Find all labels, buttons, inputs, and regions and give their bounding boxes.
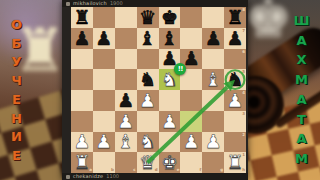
title-letter: Ч <box>11 73 22 88</box>
square-f6[interactable]: ♟ <box>180 49 202 70</box>
square-h1[interactable]: ♜h1 <box>224 152 246 173</box>
title-letter: Т <box>297 112 306 127</box>
square-d8[interactable]: ♛ <box>137 7 159 28</box>
square-b2[interactable]: ♟ <box>93 132 115 153</box>
title-letter: Б <box>12 36 22 51</box>
square-h7[interactable]: ♟7 <box>224 28 246 49</box>
piece-black-rook: ♜ <box>73 8 90 27</box>
player-top-icon <box>66 2 70 6</box>
square-g7[interactable]: ♟ <box>202 28 224 49</box>
piece-white-bishop: ♝ <box>205 70 222 89</box>
piece-white-pawn: ♟ <box>139 91 156 110</box>
square-h6[interactable]: 6 <box>224 49 246 70</box>
piece-black-king: ♚ <box>161 8 178 27</box>
piece-black-pawn: ♟ <box>183 49 200 68</box>
piece-white-pawn: ♟ <box>183 132 200 151</box>
square-d6[interactable] <box>137 49 159 70</box>
square-b8[interactable] <box>93 7 115 28</box>
square-h8[interactable]: ♜8 <box>224 7 246 28</box>
piece-white-bishop: ♝ <box>117 132 134 151</box>
player-bar-top: mikhailovich 1900 <box>62 0 248 7</box>
piece-black-pawn: ♟ <box>227 29 244 48</box>
coordinate-rank-label: 7 <box>242 29 245 33</box>
square-c4[interactable]: ♟ <box>115 90 137 111</box>
coordinate-rank-label: 4 <box>242 91 245 95</box>
coordinate-rank-label: 5 <box>242 70 245 74</box>
square-d3[interactable] <box>137 111 159 132</box>
square-g8[interactable] <box>202 7 224 28</box>
piece-black-pawn: ♟ <box>117 91 134 110</box>
title-letter: И <box>11 129 22 144</box>
square-c2[interactable]: ♝ <box>115 132 137 153</box>
player-bottom-icon <box>66 175 70 179</box>
piece-black-bishop: ♝ <box>139 29 156 48</box>
square-b5[interactable] <box>93 69 115 90</box>
title-letter: А <box>296 92 306 107</box>
title-letter: О <box>11 17 22 32</box>
square-b3[interactable] <box>93 111 115 132</box>
square-a5[interactable] <box>71 69 93 90</box>
square-f3[interactable] <box>180 111 202 132</box>
coordinate-file-label: h <box>242 168 245 172</box>
square-h2[interactable]: 2 <box>224 132 246 153</box>
piece-white-knight: ♞ <box>139 132 156 151</box>
player-bar-bottom: chekanidze 1100 <box>62 173 248 180</box>
square-f7[interactable] <box>180 28 202 49</box>
piece-white-queen: ♛ <box>139 153 156 172</box>
square-a3[interactable] <box>71 111 93 132</box>
square-a2[interactable]: ♟ <box>71 132 93 153</box>
title-left-vertical: ОБУЧЕНИЕ <box>8 17 25 163</box>
square-f8[interactable] <box>180 7 202 28</box>
title-letter: Х <box>296 52 306 67</box>
coordinate-rank-label: 8 <box>242 8 245 12</box>
square-b4[interactable] <box>93 90 115 111</box>
title-letter: У <box>11 54 21 69</box>
piece-black-pawn: ♟ <box>95 29 112 48</box>
piece-black-pawn: ♟ <box>73 29 90 48</box>
square-g5[interactable]: ♝ <box>202 69 224 90</box>
piece-white-pawn: ♟ <box>95 132 112 151</box>
title-letter: Е <box>12 148 21 163</box>
square-h4[interactable]: ♟4 <box>224 90 246 111</box>
coordinate-file-label: c <box>133 168 135 172</box>
coordinate-rank-label: 1 <box>242 153 245 157</box>
coordinate-rank-label: 6 <box>242 50 245 54</box>
square-g4[interactable] <box>202 90 224 111</box>
square-h3[interactable]: 3 <box>224 111 246 132</box>
coordinate-file-label: d <box>155 168 158 172</box>
square-a7[interactable]: ♟ <box>71 28 93 49</box>
square-h5[interactable]: ♞5 <box>224 69 246 90</box>
square-c3[interactable]: ♟ <box>115 111 137 132</box>
coordinate-file-label: g <box>220 168 223 172</box>
square-b7[interactable]: ♟ <box>93 28 115 49</box>
video-thumbnail: ♜ ♚ ОБУЧЕНИЕ ШАХМАТАМ mikhailovich 1900 … <box>0 0 320 180</box>
title-letter: Н <box>11 111 22 126</box>
square-e4[interactable] <box>159 90 181 111</box>
square-d2[interactable]: ♞ <box>137 132 159 153</box>
piece-black-queen: ♛ <box>139 8 156 27</box>
piece-white-rook: ♜ <box>227 153 244 172</box>
square-d4[interactable]: ♟ <box>137 90 159 111</box>
piece-white-pawn: ♟ <box>161 112 178 131</box>
coordinate-file-label: e <box>177 168 180 172</box>
square-b6[interactable] <box>93 49 115 70</box>
square-a1[interactable]: ♜a <box>71 152 93 173</box>
title-letter: А <box>296 131 306 146</box>
piece-black-knight: ♞ <box>227 70 244 89</box>
square-c7[interactable] <box>115 28 137 49</box>
chess-board: ♜♛♚♜8♟♟♝♝♟♟7♟♟6♞♞♝♞5♟♟♟4♟♟3♟♟♝♞♟♟2♜abc♛d… <box>71 7 246 173</box>
square-e1[interactable]: ♚e <box>159 152 181 173</box>
square-e8[interactable]: ♚ <box>159 7 181 28</box>
title-letter: Ш <box>293 13 309 28</box>
square-c8[interactable] <box>115 7 137 28</box>
square-e7[interactable]: ♝ <box>159 28 181 49</box>
square-c1[interactable]: c <box>115 152 137 173</box>
square-e2[interactable] <box>159 132 181 153</box>
square-g2[interactable]: ♟ <box>202 132 224 153</box>
square-e3[interactable]: ♟ <box>159 111 181 132</box>
coordinate-rank-label: 3 <box>242 112 245 116</box>
square-e5[interactable]: ♞ <box>159 69 181 90</box>
square-d1[interactable]: ♛d <box>137 152 159 173</box>
player-bottom-rating: 1100 <box>106 173 119 180</box>
title-letter: М <box>295 151 308 166</box>
square-a4[interactable] <box>71 90 93 111</box>
title-letter: М <box>295 72 308 87</box>
square-e6[interactable]: ♟ <box>159 49 181 70</box>
coordinate-file-label: b <box>111 168 114 172</box>
square-c5[interactable] <box>115 69 137 90</box>
piece-black-pawn: ♟ <box>161 49 178 68</box>
square-f4[interactable] <box>180 90 202 111</box>
square-f5[interactable] <box>180 69 202 90</box>
square-g3[interactable] <box>202 111 224 132</box>
square-d7[interactable]: ♝ <box>137 28 159 49</box>
player-bottom-name[interactable]: chekanidze <box>73 173 103 180</box>
square-c6[interactable] <box>115 49 137 70</box>
square-a8[interactable]: ♜ <box>71 7 93 28</box>
background-king-piece: ♚ <box>248 0 292 46</box>
square-a6[interactable] <box>71 49 93 70</box>
piece-black-pawn: ♟ <box>205 29 222 48</box>
chess-app-window: mikhailovich 1900 ♜♛♚♜8♟♟♝♝♟♟7♟♟6♞♞♝♞5♟♟… <box>62 0 248 180</box>
square-f1[interactable]: f <box>180 152 202 173</box>
player-top-rating: 1900 <box>110 0 123 7</box>
piece-white-pawn: ♟ <box>227 91 244 110</box>
square-g1[interactable]: g <box>202 152 224 173</box>
player-top-name[interactable]: mikhailovich <box>73 0 107 7</box>
piece-white-king: ♚ <box>161 153 178 172</box>
title-right-vertical: ШАХМАТАМ <box>293 13 310 166</box>
title-letter: Е <box>12 92 21 107</box>
piece-black-knight: ♞ <box>139 70 156 89</box>
piece-white-pawn: ♟ <box>73 132 90 151</box>
piece-black-rook: ♜ <box>227 8 244 27</box>
piece-white-rook: ♜ <box>73 153 90 172</box>
coordinate-rank-label: 2 <box>242 133 245 137</box>
title-letter: А <box>296 33 306 48</box>
square-d5[interactable]: ♞ <box>137 69 159 90</box>
piece-white-pawn: ♟ <box>117 112 134 131</box>
piece-white-knight: ♞ <box>161 70 178 89</box>
piece-black-bishop: ♝ <box>161 29 178 48</box>
piece-white-pawn: ♟ <box>205 132 222 151</box>
square-f2[interactable]: ♟ <box>180 132 202 153</box>
square-b1[interactable]: b <box>93 152 115 173</box>
square-g6[interactable] <box>202 49 224 70</box>
coordinate-file-label: a <box>89 168 92 172</box>
coordinate-file-label: f <box>200 168 202 172</box>
